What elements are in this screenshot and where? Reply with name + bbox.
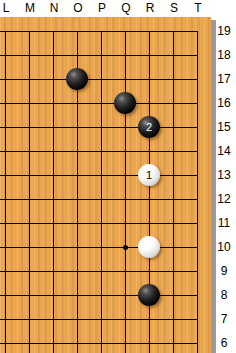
grid-hline-19	[0, 31, 198, 32]
star-point-Q10	[123, 245, 128, 250]
grid-hline-7	[0, 319, 198, 320]
row-label-11: 11	[212, 215, 236, 231]
grid-hline-9	[0, 271, 198, 272]
grid-hline-13	[0, 175, 198, 176]
col-label-L: L	[0, 1, 16, 15]
row-label-16: 16	[212, 95, 236, 111]
go-diagram: LMNOPQRST191817161514131211109876 21	[0, 0, 236, 353]
go-board[interactable]	[0, 17, 211, 353]
grid-hline-14	[0, 151, 198, 152]
white-stone-R10	[138, 236, 160, 258]
col-label-T: T	[188, 1, 208, 15]
black-stone-Q16	[114, 92, 136, 114]
row-label-10: 10	[212, 239, 236, 255]
row-label-6: 6	[212, 335, 236, 351]
row-label-18: 18	[212, 47, 236, 63]
grid-hline-10	[0, 247, 198, 248]
grid-hline-18	[0, 55, 198, 56]
black-stone-R15: 2	[138, 116, 160, 138]
grid-hline-17	[0, 79, 198, 80]
black-stone-R8	[138, 284, 160, 306]
grid-hline-6	[0, 343, 198, 344]
board-edge-shadow	[211, 20, 216, 353]
row-label-15: 15	[212, 119, 236, 135]
move-number-label: 2	[146, 116, 152, 138]
black-stone-O17	[66, 68, 88, 90]
row-label-19: 19	[212, 23, 236, 39]
white-stone-R13: 1	[138, 164, 160, 186]
grid-hline-8	[0, 295, 198, 296]
grid-hline-15	[0, 127, 198, 128]
col-label-N: N	[44, 1, 64, 15]
col-label-R: R	[140, 1, 160, 15]
row-label-14: 14	[212, 143, 236, 159]
grid-hline-11	[0, 223, 198, 224]
row-label-13: 13	[212, 167, 236, 183]
move-number-label: 1	[146, 164, 152, 186]
col-label-O: O	[68, 1, 88, 15]
grid-hline-16	[0, 103, 198, 104]
row-label-17: 17	[212, 71, 236, 87]
col-label-Q: Q	[116, 1, 136, 15]
col-label-P: P	[92, 1, 112, 15]
col-label-S: S	[164, 1, 184, 15]
row-label-8: 8	[212, 287, 236, 303]
grid-hline-12	[0, 199, 198, 200]
row-label-7: 7	[212, 311, 236, 327]
col-label-M: M	[20, 1, 40, 15]
row-label-12: 12	[212, 191, 236, 207]
row-label-9: 9	[212, 263, 236, 279]
